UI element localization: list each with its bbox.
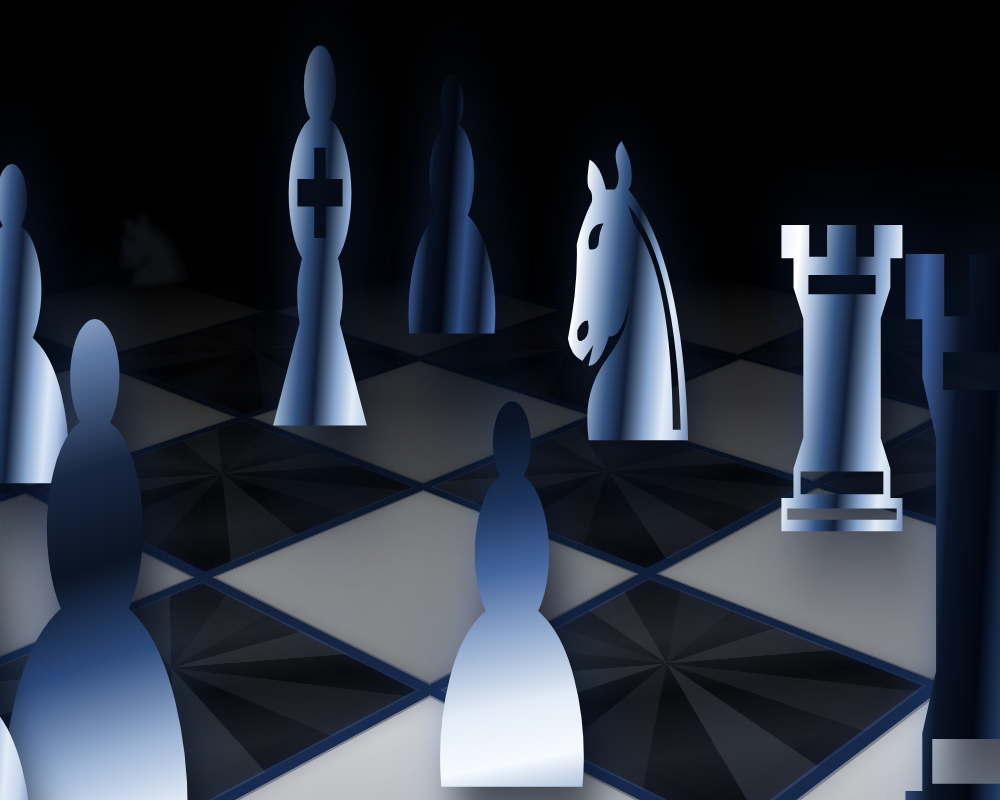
chess-scene: ♞ ♟ ♟ ♝ ♟ ♞ ♜ ♜ ♟ ♟ [0, 0, 1000, 800]
white-bishop[interactable]: ♝ [230, 0, 409, 506]
white-pawn-corner[interactable]: ♟ [0, 430, 68, 800]
black-rook[interactable]: ♜ [856, 160, 1000, 800]
black-pawn-center[interactable]: ♟ [404, 340, 619, 800]
